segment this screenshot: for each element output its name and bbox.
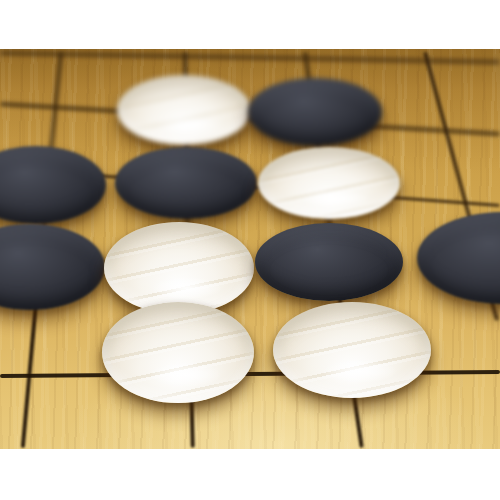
background-strip-top [0, 0, 500, 49]
go-stone-black-b-row3[interactable] [255, 223, 403, 301]
go-photo [0, 0, 500, 500]
go-stone-white-w-front-right[interactable] [273, 302, 431, 398]
go-stone-black-b-right-edge[interactable] [417, 212, 500, 304]
go-board[interactable] [0, 49, 500, 449]
go-stone-white-w-mid[interactable] [258, 147, 400, 219]
go-stone-black-b-mid[interactable] [115, 147, 257, 219]
go-stone-black-b-back[interactable] [248, 78, 382, 146]
go-stone-white-w-front-left[interactable] [102, 302, 254, 403]
grid-line-h4 [0, 370, 500, 377]
go-stone-black-b-mid-left[interactable] [0, 146, 106, 224]
go-stone-white-w-back[interactable] [117, 75, 251, 145]
go-stone-black-b-row3-left[interactable] [0, 224, 105, 310]
go-stone-white-w-row3[interactable] [104, 222, 254, 314]
background-strip-bottom [0, 449, 500, 500]
